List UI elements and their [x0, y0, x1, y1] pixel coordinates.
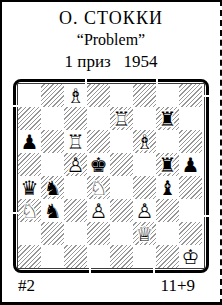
frame-tick [89, 268, 91, 273]
square-h8 [179, 84, 202, 107]
piece-glyph: ♖ [67, 132, 85, 152]
square-d2 [87, 222, 110, 245]
square-g1 [156, 245, 179, 268]
square-c8: ♝♗ [64, 84, 87, 107]
square-c6: ♜♖ [64, 130, 87, 153]
square-b4: ♞♞ [41, 176, 64, 199]
diagram-header: О. СТОККИ “Problem” 1 приз 1954 [2, 2, 220, 73]
square-f2: ♛♕ [133, 222, 156, 245]
frame-tick [153, 268, 155, 273]
square-a3: ♞♘ [18, 199, 41, 222]
frame-tick [13, 105, 18, 107]
square-a4: ♛♛ [18, 176, 41, 199]
piece-white-rook: ♜♖ [110, 107, 133, 130]
square-a6: ♟♟ [18, 130, 41, 153]
square-g4: ♝♝ [156, 176, 179, 199]
board-frame: ♝♗♜♖♜♜♟♟♜♖♝♗♟♙♚♚♜♜♟♟♛♛♞♞♞♘♝♝♞♘♞♞♟♙♟♙♛♕♚♔ [13, 79, 209, 273]
square-a7 [18, 107, 41, 130]
frame-tick [204, 215, 209, 217]
square-e4 [110, 176, 133, 199]
square-c5: ♟♙ [64, 153, 87, 176]
square-a8 [18, 84, 41, 107]
square-g6 [156, 130, 179, 153]
piece-glyph: ♖ [113, 109, 131, 129]
square-h6 [179, 130, 202, 153]
square-e1 [110, 245, 133, 268]
square-f7 [133, 107, 156, 130]
piece-white-king: ♚♔ [179, 245, 202, 268]
square-f8 [133, 84, 156, 107]
piece-glyph: ♟ [182, 155, 200, 175]
square-d5: ♚♚ [87, 153, 110, 176]
piece-white-pawn: ♟♙ [87, 199, 110, 222]
square-b3: ♞♞ [41, 199, 64, 222]
square-h7 [179, 107, 202, 130]
square-f6: ♝♗ [133, 130, 156, 153]
piece-glyph: ♕ [136, 224, 154, 244]
piece-white-bishop: ♝♗ [133, 130, 156, 153]
piece-white-knight: ♞♘ [87, 176, 110, 199]
piece-glyph: ♔ [182, 247, 200, 267]
square-b5 [41, 153, 64, 176]
piece-white-bishop: ♝♗ [64, 84, 87, 107]
square-g2 [156, 222, 179, 245]
piece-glyph: ♞ [44, 201, 62, 221]
square-c3 [64, 199, 87, 222]
piece-glyph: ♙ [67, 155, 85, 175]
square-b2 [41, 222, 64, 245]
piece-black-bishop: ♝♝ [156, 176, 179, 199]
piece-glyph: ♜ [159, 155, 177, 175]
problem-title: “Problem” [2, 29, 220, 50]
piece-glyph: ♗ [136, 132, 154, 152]
piece-glyph: ♟ [21, 132, 39, 152]
piece-glyph: ♞ [44, 178, 62, 198]
piece-glyph: ♛ [21, 178, 39, 198]
square-h5: ♟♟ [179, 153, 202, 176]
piece-black-pawn: ♟♟ [179, 153, 202, 176]
square-f4 [133, 176, 156, 199]
square-d8 [87, 84, 110, 107]
chess-board: ♝♗♜♖♜♜♟♟♜♖♝♗♟♙♚♚♜♜♟♟♛♛♞♞♞♘♝♝♞♘♞♞♟♙♟♙♛♕♚♔ [18, 84, 204, 268]
piece-glyph: ♗ [67, 86, 85, 106]
square-a2 [18, 222, 41, 245]
piece-black-pawn: ♟♟ [18, 130, 41, 153]
square-c1 [64, 245, 87, 268]
piece-black-rook: ♜♜ [156, 107, 179, 130]
piece-glyph: ♙ [90, 201, 108, 221]
award-year: 1 приз 1954 [2, 50, 220, 73]
piece-white-pawn: ♟♙ [133, 199, 156, 222]
square-h1: ♚♔ [179, 245, 202, 268]
stipulation-mate-in-2: #2 [18, 276, 35, 296]
piece-glyph: ♘ [90, 178, 108, 198]
composer-name: О. СТОККИ [2, 7, 220, 29]
square-d3: ♟♙ [87, 199, 110, 222]
square-f3: ♟♙ [133, 199, 156, 222]
piece-white-pawn: ♟♙ [64, 153, 87, 176]
square-a5 [18, 153, 41, 176]
square-e7: ♜♖ [110, 107, 133, 130]
frame-tick [85, 79, 87, 84]
square-d7 [87, 107, 110, 130]
square-d6 [87, 130, 110, 153]
square-d4: ♞♘ [87, 176, 110, 199]
diagram-footer: #2 11+9 [2, 273, 220, 296]
piece-glyph: ♚ [90, 155, 108, 175]
piece-black-queen: ♛♛ [18, 176, 41, 199]
square-b7 [41, 107, 64, 130]
square-e8 [110, 84, 133, 107]
piece-black-knight: ♞♞ [41, 199, 64, 222]
square-c2 [64, 222, 87, 245]
square-e6 [110, 130, 133, 153]
board-inner-border: ♝♗♜♖♜♜♟♟♜♖♝♗♟♙♚♚♜♜♟♟♛♛♞♞♞♘♝♝♞♘♞♞♟♙♟♙♛♕♚♔ [17, 83, 205, 269]
piece-white-knight: ♞♘ [18, 199, 41, 222]
piece-black-king: ♚♚ [87, 153, 110, 176]
piece-glyph: ♘ [21, 201, 39, 221]
square-h4 [179, 176, 202, 199]
frame-tick [13, 212, 18, 214]
piece-glyph: ♙ [136, 201, 154, 221]
piece-glyph: ♜ [159, 109, 177, 129]
square-f5 [133, 153, 156, 176]
piece-glyph: ♝ [159, 178, 177, 198]
square-f1 [133, 245, 156, 268]
scanned-diagram-page: О. СТОККИ “Problem” 1 приз 1954 ♝♗♜♖♜♜♟♟… [0, 0, 222, 305]
square-e3 [110, 199, 133, 222]
square-d1 [87, 245, 110, 268]
square-g7: ♜♜ [156, 107, 179, 130]
square-g3 [156, 199, 179, 222]
square-e5 [110, 153, 133, 176]
square-h2 [179, 222, 202, 245]
square-e2 [110, 222, 133, 245]
square-c4 [64, 176, 87, 199]
square-c7 [64, 107, 87, 130]
piece-white-rook: ♜♖ [64, 130, 87, 153]
square-g5: ♜♜ [156, 153, 179, 176]
frame-tick [156, 79, 158, 84]
square-a1 [18, 245, 41, 268]
square-b1 [41, 245, 64, 268]
frame-tick [204, 95, 209, 97]
piece-black-knight: ♞♞ [41, 176, 64, 199]
piece-white-queen: ♛♕ [133, 222, 156, 245]
square-h3 [179, 199, 202, 222]
square-b8 [41, 84, 64, 107]
board-area: ♝♗♜♖♜♜♟♟♜♖♝♗♟♙♚♚♜♜♟♟♛♛♞♞♞♘♝♝♞♘♞♞♟♙♟♙♛♕♚♔ [13, 79, 209, 273]
square-b6 [41, 130, 64, 153]
piece-black-rook: ♜♜ [156, 153, 179, 176]
piece-count: 11+9 [161, 276, 195, 296]
square-g8 [156, 84, 179, 107]
